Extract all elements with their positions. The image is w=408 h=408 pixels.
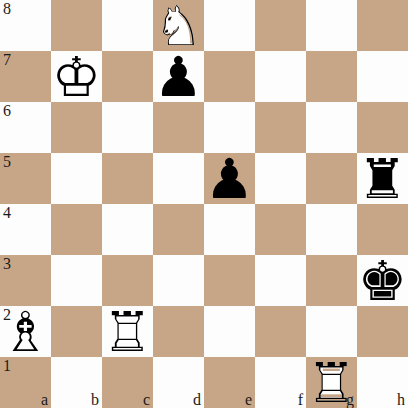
square-c6[interactable] [102, 102, 153, 153]
square-c1[interactable] [102, 357, 153, 408]
white-rook-glyph: ♖ [306, 358, 357, 408]
square-e7[interactable] [204, 51, 255, 102]
square-c5[interactable] [102, 153, 153, 204]
square-c8[interactable] [102, 0, 153, 51]
square-e6[interactable] [204, 102, 255, 153]
square-a2[interactable]: ♝♗ [0, 306, 51, 357]
square-e2[interactable] [204, 306, 255, 357]
square-c7[interactable] [102, 51, 153, 102]
square-d8[interactable]: ♞♘ [153, 0, 204, 51]
chess-board: ♞♘♚♔♟♟♜♚♝♗♜♖♜♖ 87654321abcdefgh [0, 0, 408, 408]
square-h7[interactable] [357, 51, 408, 102]
square-b2[interactable] [51, 306, 102, 357]
square-h1[interactable] [357, 357, 408, 408]
square-e8[interactable] [204, 0, 255, 51]
square-d1[interactable] [153, 357, 204, 408]
square-a3[interactable] [0, 255, 51, 306]
piece-black-king-h3[interactable]: ♚ [357, 255, 408, 306]
square-b3[interactable] [51, 255, 102, 306]
square-b8[interactable] [51, 0, 102, 51]
piece-black-pawn-e5[interactable]: ♟ [204, 153, 255, 204]
square-d4[interactable] [153, 204, 204, 255]
square-e5[interactable]: ♟ [204, 153, 255, 204]
square-b6[interactable] [51, 102, 102, 153]
square-f7[interactable] [255, 51, 306, 102]
square-d2[interactable] [153, 306, 204, 357]
square-a7[interactable] [0, 51, 51, 102]
square-e3[interactable] [204, 255, 255, 306]
black-rook-glyph: ♜ [357, 154, 408, 205]
square-g3[interactable] [306, 255, 357, 306]
square-a5[interactable] [0, 153, 51, 204]
square-g4[interactable] [306, 204, 357, 255]
square-b5[interactable] [51, 153, 102, 204]
piece-black-pawn-d7[interactable]: ♟ [153, 51, 204, 102]
square-d6[interactable] [153, 102, 204, 153]
square-h4[interactable] [357, 204, 408, 255]
square-d3[interactable] [153, 255, 204, 306]
square-f4[interactable] [255, 204, 306, 255]
square-a6[interactable] [0, 102, 51, 153]
white-king-glyph: ♔ [51, 52, 102, 103]
square-g1[interactable]: ♜♖ [306, 357, 357, 408]
black-pawn-glyph: ♟ [153, 52, 204, 103]
square-h3[interactable]: ♚ [357, 255, 408, 306]
square-a4[interactable] [0, 204, 51, 255]
white-bishop-glyph: ♗ [0, 307, 51, 358]
square-c2[interactable]: ♜♖ [102, 306, 153, 357]
piece-white-king-b7[interactable]: ♚♔ [51, 51, 102, 102]
square-g2[interactable] [306, 306, 357, 357]
piece-black-rook-h5[interactable]: ♜ [357, 153, 408, 204]
square-b7[interactable]: ♚♔ [51, 51, 102, 102]
square-g8[interactable] [306, 0, 357, 51]
square-h6[interactable] [357, 102, 408, 153]
square-a1[interactable] [0, 357, 51, 408]
square-d7[interactable]: ♟ [153, 51, 204, 102]
square-f2[interactable] [255, 306, 306, 357]
square-f3[interactable] [255, 255, 306, 306]
square-g5[interactable] [306, 153, 357, 204]
square-b4[interactable] [51, 204, 102, 255]
square-h2[interactable] [357, 306, 408, 357]
square-g7[interactable] [306, 51, 357, 102]
piece-white-rook-g1[interactable]: ♜♖ [306, 357, 357, 408]
piece-white-rook-c2[interactable]: ♜♖ [102, 306, 153, 357]
square-e1[interactable] [204, 357, 255, 408]
square-h5[interactable]: ♜ [357, 153, 408, 204]
square-a8[interactable] [0, 0, 51, 51]
square-h8[interactable] [357, 0, 408, 51]
black-king-glyph: ♚ [357, 256, 408, 307]
piece-white-knight-d8[interactable]: ♞♘ [153, 0, 204, 51]
square-f1[interactable] [255, 357, 306, 408]
black-pawn-glyph: ♟ [204, 154, 255, 205]
square-g6[interactable] [306, 102, 357, 153]
square-c4[interactable] [102, 204, 153, 255]
square-d5[interactable] [153, 153, 204, 204]
square-f5[interactable] [255, 153, 306, 204]
chess-board-grid: ♞♘♚♔♟♟♜♚♝♗♜♖♜♖ [0, 0, 408, 408]
square-c3[interactable] [102, 255, 153, 306]
square-e4[interactable] [204, 204, 255, 255]
square-f6[interactable] [255, 102, 306, 153]
square-b1[interactable] [51, 357, 102, 408]
square-f8[interactable] [255, 0, 306, 51]
piece-white-bishop-a2[interactable]: ♝♗ [0, 306, 51, 357]
white-rook-glyph: ♖ [102, 307, 153, 358]
